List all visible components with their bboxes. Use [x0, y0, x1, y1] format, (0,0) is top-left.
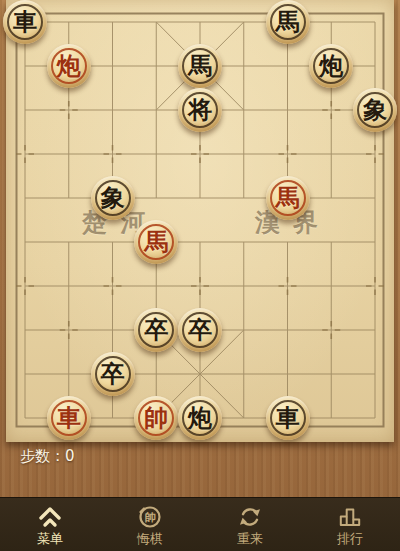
piece-character: 卒	[144, 318, 168, 342]
piece-character: 卒	[188, 318, 212, 342]
menu-up-icon	[37, 504, 63, 530]
piece-red-cannon[interactable]: 炮	[47, 44, 91, 88]
piece-character: 将	[188, 98, 212, 122]
piece-character: 象	[101, 186, 125, 210]
move-counter: 步数：0	[20, 447, 75, 466]
piece-character: 卒	[101, 362, 125, 386]
piece-character: 象	[363, 98, 387, 122]
piece-black-soldier[interactable]: 卒	[91, 352, 135, 396]
bottom-toolbar: 菜单 帥 悔棋 重来	[0, 497, 400, 551]
piece-red-chariot[interactable]: 車	[47, 396, 91, 440]
ranking-button[interactable]: 排行	[300, 498, 400, 551]
piece-black-elephant[interactable]: 象	[353, 88, 397, 132]
piece-character: 炮	[319, 54, 343, 78]
piece-character: 馬	[276, 186, 300, 210]
piece-character: 帥	[144, 406, 168, 430]
undo-move-button[interactable]: 帥 悔棋	[100, 498, 200, 551]
piece-black-chariot[interactable]: 車	[3, 0, 47, 44]
piece-character: 炮	[57, 54, 81, 78]
piece-black-cannon[interactable]: 炮	[309, 44, 353, 88]
menu-button[interactable]: 菜单	[0, 498, 100, 551]
piece-red-general[interactable]: 帥	[134, 396, 178, 440]
piece-black-soldier[interactable]: 卒	[134, 308, 178, 352]
piece-black-general[interactable]: 将	[178, 88, 222, 132]
ranking-icon	[338, 504, 362, 530]
piece-black-horse[interactable]: 馬	[266, 0, 310, 44]
piece-character: 馬	[144, 230, 168, 254]
piece-character: 車	[276, 406, 300, 430]
restart-button[interactable]: 重来	[200, 498, 300, 551]
move-counter-label: 步数：	[20, 447, 65, 465]
piece-character: 車	[57, 406, 81, 430]
piece-black-chariot[interactable]: 車	[266, 396, 310, 440]
piece-black-horse[interactable]: 馬	[178, 44, 222, 88]
piece-character: 馬	[276, 10, 300, 34]
restart-icon	[237, 504, 263, 530]
restart-label: 重来	[237, 532, 263, 545]
piece-red-horse[interactable]: 馬	[134, 220, 178, 264]
piece-black-cannon[interactable]: 炮	[178, 396, 222, 440]
piece-red-horse[interactable]: 馬	[266, 176, 310, 220]
piece-character: 車	[13, 10, 37, 34]
piece-character: 炮	[188, 406, 212, 430]
piece-character: 馬	[188, 54, 212, 78]
menu-button-label: 菜单	[37, 532, 63, 545]
piece-black-elephant[interactable]: 象	[91, 176, 135, 220]
undo-move-label: 悔棋	[137, 532, 163, 545]
ranking-label: 排行	[337, 532, 363, 545]
undo-piece-icon: 帥	[138, 504, 162, 530]
move-counter-value: 0	[65, 447, 75, 465]
piece-black-soldier[interactable]: 卒	[178, 308, 222, 352]
